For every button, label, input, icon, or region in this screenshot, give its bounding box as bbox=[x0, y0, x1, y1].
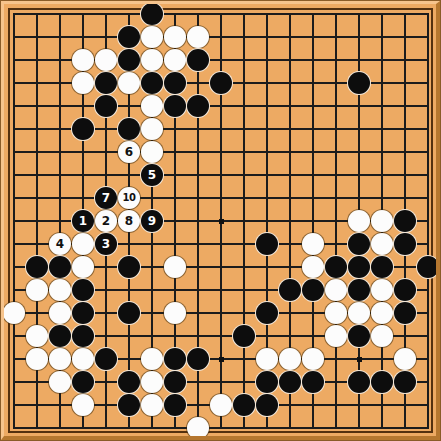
stone-black: 9 bbox=[141, 210, 163, 232]
stone-white: 2 bbox=[95, 210, 117, 232]
stone-black bbox=[72, 279, 94, 301]
stone-white bbox=[72, 72, 94, 94]
stone-black bbox=[118, 394, 140, 416]
stone-white: 8 bbox=[118, 210, 140, 232]
stone-black bbox=[118, 371, 140, 393]
stone-white bbox=[118, 72, 140, 94]
stone-black bbox=[187, 348, 209, 370]
stone-white bbox=[141, 141, 163, 163]
stone-black bbox=[348, 371, 370, 393]
move-number: 3 bbox=[102, 238, 110, 250]
stone-black bbox=[348, 256, 370, 278]
stone-white bbox=[26, 348, 48, 370]
stone-white bbox=[72, 256, 94, 278]
stone-black bbox=[233, 325, 255, 347]
stone-black bbox=[302, 371, 324, 393]
stone-black bbox=[95, 72, 117, 94]
stone-black bbox=[164, 95, 186, 117]
stone-white: 4 bbox=[49, 233, 71, 255]
stone-black bbox=[164, 348, 186, 370]
stone-black bbox=[394, 210, 416, 232]
stone-black bbox=[394, 371, 416, 393]
stone-white bbox=[394, 348, 416, 370]
stone-black bbox=[256, 394, 278, 416]
stone-white bbox=[49, 302, 71, 324]
stone-black: 1 bbox=[72, 210, 94, 232]
stone-white: 10 bbox=[118, 187, 140, 209]
stone-white bbox=[95, 49, 117, 71]
stone-black bbox=[49, 256, 71, 278]
stone-white bbox=[26, 325, 48, 347]
stone-black bbox=[187, 95, 209, 117]
move-number: 6 bbox=[125, 146, 133, 158]
stone-black bbox=[394, 279, 416, 301]
stone-black bbox=[279, 371, 301, 393]
stone-black bbox=[118, 26, 140, 48]
stone-black bbox=[394, 233, 416, 255]
stone-black: 3 bbox=[95, 233, 117, 255]
stone-white bbox=[302, 233, 324, 255]
grid-line-vertical bbox=[335, 13, 337, 429]
stone-white bbox=[302, 256, 324, 278]
stone-black bbox=[233, 394, 255, 416]
stone-white bbox=[49, 279, 71, 301]
stone-white bbox=[348, 210, 370, 232]
stone-black bbox=[95, 348, 117, 370]
stone-black bbox=[371, 371, 393, 393]
stone-black bbox=[348, 325, 370, 347]
stone-black bbox=[164, 394, 186, 416]
grid-line-vertical bbox=[427, 13, 429, 429]
stone-black bbox=[141, 72, 163, 94]
grid-line-vertical bbox=[243, 13, 245, 429]
stone-white bbox=[72, 49, 94, 71]
stone-white bbox=[141, 371, 163, 393]
stone-black bbox=[348, 279, 370, 301]
stone-white bbox=[302, 348, 324, 370]
move-number: 8 bbox=[125, 215, 133, 227]
stone-white: 6 bbox=[118, 141, 140, 163]
stone-black bbox=[348, 233, 370, 255]
stone-black bbox=[72, 118, 94, 140]
stone-black bbox=[118, 302, 140, 324]
stone-black bbox=[325, 256, 347, 278]
stone-black bbox=[348, 72, 370, 94]
stone-black bbox=[394, 302, 416, 324]
stone-black bbox=[72, 371, 94, 393]
stone-white bbox=[141, 394, 163, 416]
stone-white bbox=[371, 325, 393, 347]
move-number: 4 bbox=[56, 238, 64, 250]
stone-white bbox=[325, 279, 347, 301]
stone-black bbox=[302, 279, 324, 301]
stone-black bbox=[256, 302, 278, 324]
star-point bbox=[219, 219, 224, 224]
move-number: 5 bbox=[148, 169, 156, 181]
stone-white bbox=[164, 302, 186, 324]
stone-black bbox=[72, 325, 94, 347]
stone-black bbox=[256, 371, 278, 393]
move-number: 2 bbox=[102, 215, 110, 227]
stone-black bbox=[417, 256, 439, 278]
move-number: 7 bbox=[102, 192, 110, 204]
stone-white bbox=[3, 302, 25, 324]
stone-white bbox=[256, 348, 278, 370]
stone-white bbox=[187, 26, 209, 48]
stone-white bbox=[141, 348, 163, 370]
stone-black bbox=[118, 256, 140, 278]
stone-white bbox=[371, 302, 393, 324]
stone-white bbox=[279, 348, 301, 370]
star-point bbox=[357, 357, 362, 362]
stone-black bbox=[95, 95, 117, 117]
star-point bbox=[219, 357, 224, 362]
stone-white bbox=[49, 371, 71, 393]
stone-white bbox=[325, 325, 347, 347]
stone-white bbox=[164, 26, 186, 48]
stone-white bbox=[371, 210, 393, 232]
stone-white bbox=[187, 417, 209, 439]
stone-white bbox=[26, 279, 48, 301]
stone-white bbox=[348, 302, 370, 324]
stone-white bbox=[72, 233, 94, 255]
stone-black bbox=[187, 49, 209, 71]
stone-white bbox=[141, 49, 163, 71]
stone-white bbox=[210, 394, 232, 416]
stone-black bbox=[72, 302, 94, 324]
stone-white bbox=[72, 348, 94, 370]
stone-white bbox=[164, 49, 186, 71]
stone-black: 5 bbox=[141, 164, 163, 186]
move-number: 9 bbox=[148, 215, 156, 227]
stone-white bbox=[325, 302, 347, 324]
stone-black bbox=[49, 325, 71, 347]
move-number: 1 bbox=[79, 215, 87, 227]
stone-black bbox=[279, 279, 301, 301]
stone-black bbox=[210, 72, 232, 94]
stone-black bbox=[164, 371, 186, 393]
stone-black bbox=[118, 118, 140, 140]
stone-black bbox=[371, 256, 393, 278]
stone-white bbox=[164, 256, 186, 278]
stone-black bbox=[118, 49, 140, 71]
stone-white bbox=[49, 348, 71, 370]
stone-white bbox=[141, 26, 163, 48]
stone-black: 7 bbox=[95, 187, 117, 209]
stone-black bbox=[141, 3, 163, 25]
stone-white bbox=[141, 95, 163, 117]
go-board: 65710128943 bbox=[0, 0, 441, 441]
stone-black bbox=[26, 256, 48, 278]
grid-line-horizontal bbox=[13, 427, 429, 429]
move-number: 10 bbox=[123, 193, 136, 203]
stone-black bbox=[164, 72, 186, 94]
stone-black bbox=[256, 233, 278, 255]
stone-white bbox=[371, 233, 393, 255]
stone-white bbox=[371, 279, 393, 301]
stone-white bbox=[72, 394, 94, 416]
stone-white bbox=[141, 118, 163, 140]
